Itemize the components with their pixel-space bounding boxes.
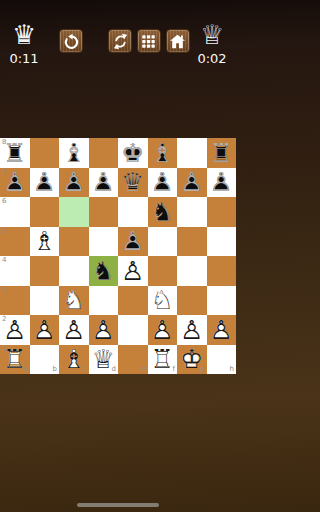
piece-white-queen: ♛♕ [89, 345, 119, 375]
square-e5[interactable]: ♟♙ [118, 227, 148, 257]
rank-label-3: 3 [2, 287, 6, 294]
square-b4[interactable] [30, 256, 60, 286]
queen-outline-icon: ♕ [189, 20, 235, 50]
piece-white-bishop: ♝♗ [59, 345, 89, 375]
square-b8[interactable] [30, 138, 60, 168]
square-h5[interactable] [207, 227, 237, 257]
square-c1[interactable]: c♝♗ [59, 345, 89, 375]
square-d4[interactable]: ♞♘ [89, 256, 119, 286]
piece-black-pawn: ♟♙ [59, 168, 89, 198]
piece-white-knight: ♞♘ [59, 286, 89, 316]
piece-white-pawn: ♟♙ [59, 315, 89, 345]
piece-black-king: ♚♔ [118, 138, 148, 168]
piece-white-knight: ♞♘ [148, 286, 178, 316]
square-c7[interactable]: ♟♙ [59, 168, 89, 198]
piece-black-rook: ♜♖ [0, 138, 30, 168]
piece-black-pawn: ♟♙ [0, 168, 30, 198]
square-f4[interactable] [148, 256, 178, 286]
piece-black-bishop: ♝♗ [148, 138, 178, 168]
undo-button[interactable] [59, 29, 83, 53]
square-f2[interactable]: ♟♙ [148, 315, 178, 345]
square-e8[interactable]: ♚♔ [118, 138, 148, 168]
square-c3[interactable]: ♞♘ [59, 286, 89, 316]
square-h1[interactable]: h [207, 345, 237, 375]
square-g5[interactable] [177, 227, 207, 257]
square-f5[interactable] [148, 227, 178, 257]
left-clock-time: 0:11 [1, 51, 47, 66]
piece-white-king: ♚♔ [177, 345, 207, 375]
home-button[interactable] [166, 29, 190, 53]
square-f7[interactable]: ♟♙ [148, 168, 178, 198]
square-d1[interactable]: d♛♕ [89, 345, 119, 375]
piece-black-pawn: ♟♙ [89, 168, 119, 198]
rank-label-4: 4 [2, 257, 6, 264]
chess-board: 8♜♖♝♗♚♔♝♗♜♖7♟♙♟♙♟♙♟♙♛♕♟♙♟♙♟♙6♞♘5♝♗♟♙4♞♘♟… [0, 138, 236, 374]
file-label-h: h [230, 366, 234, 373]
piece-black-pawn: ♟♙ [207, 168, 237, 198]
rank-label-5: 5 [2, 228, 6, 235]
square-h8[interactable]: ♜♖ [207, 138, 237, 168]
square-a4[interactable]: 4 [0, 256, 30, 286]
square-g3[interactable] [177, 286, 207, 316]
piece-white-bishop: ♝♗ [30, 227, 60, 257]
square-a5[interactable]: 5 [0, 227, 30, 257]
left-player-clock: ♛ 0:11 [1, 20, 47, 66]
square-f6[interactable]: ♞♘ [148, 197, 178, 227]
piece-white-pawn: ♟♙ [207, 315, 237, 345]
square-d2[interactable]: ♟♙ [89, 315, 119, 345]
piece-white-pawn: ♟♙ [148, 315, 178, 345]
square-d7[interactable]: ♟♙ [89, 168, 119, 198]
square-d3[interactable] [89, 286, 119, 316]
square-f3[interactable]: ♞♘ [148, 286, 178, 316]
square-c8[interactable]: ♝♗ [59, 138, 89, 168]
square-e3[interactable] [118, 286, 148, 316]
rank-label-6: 6 [2, 198, 6, 205]
square-d6[interactable] [89, 197, 119, 227]
square-d8[interactable] [89, 138, 119, 168]
piece-black-knight: ♞♘ [89, 256, 119, 286]
square-e1[interactable]: e [118, 345, 148, 375]
square-g1[interactable]: g♚♔ [177, 345, 207, 375]
piece-white-pawn: ♟♙ [0, 315, 30, 345]
piece-white-pawn: ♟♙ [118, 256, 148, 286]
square-b7[interactable]: ♟♙ [30, 168, 60, 198]
file-label-e: e [141, 366, 145, 373]
piece-white-pawn: ♟♙ [89, 315, 119, 345]
square-b2[interactable]: ♟♙ [30, 315, 60, 345]
queen-filled-icon: ♛ [1, 20, 47, 50]
piece-black-pawn: ♟♙ [148, 168, 178, 198]
square-b5[interactable]: ♝♗ [30, 227, 60, 257]
square-g6[interactable] [177, 197, 207, 227]
square-b1[interactable]: b [30, 345, 60, 375]
piece-black-pawn: ♟♙ [118, 227, 148, 257]
square-g2[interactable]: ♟♙ [177, 315, 207, 345]
rotate-ccw-icon [63, 33, 80, 50]
square-a3[interactable]: 3 [0, 286, 30, 316]
square-c6[interactable] [59, 197, 89, 227]
right-player-clock: ♕ 0:02 [189, 20, 235, 66]
cycle-arrows-icon [112, 33, 129, 50]
piece-white-rook: ♜♖ [0, 345, 30, 375]
piece-white-pawn: ♟♙ [177, 315, 207, 345]
square-a8[interactable]: 8♜♖ [0, 138, 30, 168]
square-d5[interactable] [89, 227, 119, 257]
piece-white-pawn: ♟♙ [30, 315, 60, 345]
square-e6[interactable] [118, 197, 148, 227]
piece-black-rook: ♜♖ [207, 138, 237, 168]
square-b3[interactable] [30, 286, 60, 316]
square-e2[interactable] [118, 315, 148, 345]
square-a1[interactable]: 1a♜♖ [0, 345, 30, 375]
square-g4[interactable] [177, 256, 207, 286]
square-a2[interactable]: 2♟♙ [0, 315, 30, 345]
square-e7[interactable]: ♛♕ [118, 168, 148, 198]
piece-black-bishop: ♝♗ [59, 138, 89, 168]
piece-white-rook: ♜♖ [148, 345, 178, 375]
square-g8[interactable] [177, 138, 207, 168]
square-h6[interactable] [207, 197, 237, 227]
chess-app-screen: ♛ 0:11 [0, 0, 236, 512]
square-e4[interactable]: ♟♙ [118, 256, 148, 286]
home-icon [169, 33, 186, 50]
square-f8[interactable]: ♝♗ [148, 138, 178, 168]
right-clock-time: 0:02 [189, 51, 235, 66]
piece-black-pawn: ♟♙ [177, 168, 207, 198]
piece-black-knight: ♞♘ [148, 197, 178, 227]
square-a7[interactable]: 7♟♙ [0, 168, 30, 198]
piece-black-pawn: ♟♙ [30, 168, 60, 198]
square-h4[interactable] [207, 256, 237, 286]
square-c5[interactable] [59, 227, 89, 257]
square-h2[interactable]: ♟♙ [207, 315, 237, 345]
square-f1[interactable]: f♜♖ [148, 345, 178, 375]
flip-board-button[interactable] [108, 29, 132, 53]
file-label-b: b [53, 366, 57, 373]
square-a6[interactable]: 6 [0, 197, 30, 227]
square-g7[interactable]: ♟♙ [177, 168, 207, 198]
square-c4[interactable] [59, 256, 89, 286]
square-h3[interactable] [207, 286, 237, 316]
grid-icon [141, 34, 156, 49]
square-c2[interactable]: ♟♙ [59, 315, 89, 345]
square-b6[interactable] [30, 197, 60, 227]
menu-grid-button[interactable] [137, 29, 161, 53]
square-h7[interactable]: ♟♙ [207, 168, 237, 198]
piece-black-queen: ♛♕ [118, 168, 148, 198]
home-indicator-bar[interactable] [77, 503, 159, 508]
